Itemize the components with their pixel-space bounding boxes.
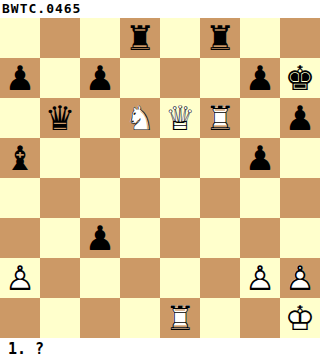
- piece-black-pawn: ♟: [280, 98, 320, 138]
- white-piece-outline: ♙: [0, 258, 40, 298]
- piece-black-rook: ♜: [120, 18, 160, 58]
- square-a6[interactable]: [0, 98, 40, 138]
- square-f4[interactable]: [200, 178, 240, 218]
- black-piece-glyph: ♟: [240, 138, 280, 178]
- square-g8[interactable]: [240, 18, 280, 58]
- square-a4[interactable]: [0, 178, 40, 218]
- square-h2[interactable]: ♟♙: [280, 258, 320, 298]
- piece-white-rook: ♜♖: [200, 98, 240, 138]
- square-e8[interactable]: [160, 18, 200, 58]
- piece-black-queen: ♛: [40, 98, 80, 138]
- piece-white-knight: ♞♘: [120, 98, 160, 138]
- square-g3[interactable]: [240, 218, 280, 258]
- square-h8[interactable]: [280, 18, 320, 58]
- black-piece-glyph: ♜: [200, 18, 240, 58]
- square-c4[interactable]: [80, 178, 120, 218]
- piece-white-pawn: ♟♙: [240, 258, 280, 298]
- square-b1[interactable]: [40, 298, 80, 338]
- square-b5[interactable]: [40, 138, 80, 178]
- square-h1[interactable]: ♚♔: [280, 298, 320, 338]
- square-f5[interactable]: [200, 138, 240, 178]
- piece-black-pawn: ♟: [240, 138, 280, 178]
- square-h3[interactable]: [280, 218, 320, 258]
- square-d2[interactable]: [120, 258, 160, 298]
- move-prompt: 1. ?: [0, 338, 320, 360]
- square-f6[interactable]: ♜♖: [200, 98, 240, 138]
- square-c6[interactable]: [80, 98, 120, 138]
- white-piece-outline: ♙: [280, 258, 320, 298]
- square-g4[interactable]: [240, 178, 280, 218]
- black-piece-glyph: ♟: [240, 58, 280, 98]
- square-c3[interactable]: ♟: [80, 218, 120, 258]
- white-piece-outline: ♔: [280, 298, 320, 338]
- piece-white-queen: ♛♕: [160, 98, 200, 138]
- square-c1[interactable]: [80, 298, 120, 338]
- black-piece-glyph: ♟: [0, 58, 40, 98]
- piece-white-rook: ♜♖: [160, 298, 200, 338]
- square-f1[interactable]: [200, 298, 240, 338]
- square-a2[interactable]: ♟♙: [0, 258, 40, 298]
- square-e3[interactable]: [160, 218, 200, 258]
- black-piece-glyph: ♟: [80, 218, 120, 258]
- white-piece-outline: ♕: [160, 98, 200, 138]
- square-f2[interactable]: [200, 258, 240, 298]
- square-c7[interactable]: ♟: [80, 58, 120, 98]
- square-f7[interactable]: [200, 58, 240, 98]
- square-g2[interactable]: ♟♙: [240, 258, 280, 298]
- square-d6[interactable]: ♞♘: [120, 98, 160, 138]
- square-b4[interactable]: [40, 178, 80, 218]
- square-d4[interactable]: [120, 178, 160, 218]
- black-piece-glyph: ♝: [0, 138, 40, 178]
- black-piece-glyph: ♟: [80, 58, 120, 98]
- square-a1[interactable]: [0, 298, 40, 338]
- square-e4[interactable]: [160, 178, 200, 218]
- square-b6[interactable]: ♛: [40, 98, 80, 138]
- piece-black-pawn: ♟: [0, 58, 40, 98]
- piece-black-pawn: ♟: [80, 218, 120, 258]
- chess-puzzle-window: BWTC.0465 ♜♜♟♟♟♚♛♞♘♛♕♜♖♟♝♟♟♟♙♟♙♟♙♜♖♚♔ 1.…: [0, 0, 320, 360]
- square-e7[interactable]: [160, 58, 200, 98]
- piece-black-pawn: ♟: [240, 58, 280, 98]
- piece-black-king: ♚: [280, 58, 320, 98]
- square-b8[interactable]: [40, 18, 80, 58]
- black-piece-glyph: ♟: [280, 98, 320, 138]
- black-piece-glyph: ♚: [280, 58, 320, 98]
- square-h7[interactable]: ♚: [280, 58, 320, 98]
- piece-black-rook: ♜: [200, 18, 240, 58]
- square-g5[interactable]: ♟: [240, 138, 280, 178]
- square-f8[interactable]: ♜: [200, 18, 240, 58]
- square-e2[interactable]: [160, 258, 200, 298]
- square-a5[interactable]: ♝: [0, 138, 40, 178]
- white-piece-outline: ♘: [120, 98, 160, 138]
- black-piece-glyph: ♛: [40, 98, 80, 138]
- square-g7[interactable]: ♟: [240, 58, 280, 98]
- square-d1[interactable]: [120, 298, 160, 338]
- piece-white-pawn: ♟♙: [280, 258, 320, 298]
- square-g1[interactable]: [240, 298, 280, 338]
- square-e5[interactable]: [160, 138, 200, 178]
- square-b2[interactable]: [40, 258, 80, 298]
- square-b3[interactable]: [40, 218, 80, 258]
- square-d5[interactable]: [120, 138, 160, 178]
- square-c5[interactable]: [80, 138, 120, 178]
- square-d7[interactable]: [120, 58, 160, 98]
- piece-white-king: ♚♔: [280, 298, 320, 338]
- square-c2[interactable]: [80, 258, 120, 298]
- square-a7[interactable]: ♟: [0, 58, 40, 98]
- piece-black-pawn: ♟: [80, 58, 120, 98]
- square-e6[interactable]: ♛♕: [160, 98, 200, 138]
- white-piece-outline: ♖: [200, 98, 240, 138]
- chess-board: ♜♜♟♟♟♚♛♞♘♛♕♜♖♟♝♟♟♟♙♟♙♟♙♜♖♚♔: [0, 18, 320, 338]
- puzzle-title: BWTC.0465: [0, 0, 320, 18]
- square-h5[interactable]: [280, 138, 320, 178]
- white-piece-outline: ♙: [240, 258, 280, 298]
- square-a8[interactable]: [0, 18, 40, 58]
- square-a3[interactable]: [0, 218, 40, 258]
- square-g6[interactable]: [240, 98, 280, 138]
- square-c8[interactable]: [80, 18, 120, 58]
- square-h6[interactable]: ♟: [280, 98, 320, 138]
- square-d3[interactable]: [120, 218, 160, 258]
- piece-white-pawn: ♟♙: [0, 258, 40, 298]
- piece-black-bishop: ♝: [0, 138, 40, 178]
- square-d8[interactable]: ♜: [120, 18, 160, 58]
- black-piece-glyph: ♜: [120, 18, 160, 58]
- square-f3[interactable]: [200, 218, 240, 258]
- square-b7[interactable]: [40, 58, 80, 98]
- square-e1[interactable]: ♜♖: [160, 298, 200, 338]
- white-piece-outline: ♖: [160, 298, 200, 338]
- square-h4[interactable]: [280, 178, 320, 218]
